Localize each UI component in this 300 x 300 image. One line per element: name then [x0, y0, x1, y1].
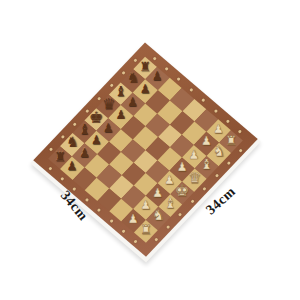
border-dot [121, 70, 125, 74]
border-dot [238, 148, 242, 152]
border-dot [48, 166, 52, 170]
border-dot [238, 129, 242, 133]
border-dot [134, 239, 138, 243]
border-dot [153, 56, 157, 60]
border-dot [226, 161, 230, 165]
border-dot [178, 212, 182, 216]
border-dot [189, 87, 193, 91]
border-dot [165, 66, 169, 70]
border-dot [166, 225, 170, 229]
border-dot [85, 197, 89, 201]
product-photo: ♜♟♟♜♞♟♟♞♝♟♟♝♛♟♟♛♚♟♟♚♝♟♟♝♞♟♟♞♜♟♟♜ 34cm 34… [0, 0, 300, 300]
border-dot [122, 229, 126, 233]
border-dot [109, 83, 113, 87]
border-dot [72, 122, 76, 126]
border-dot [153, 237, 157, 241]
border-dot [48, 147, 52, 151]
board-frame: ♜♟♟♜♞♟♟♞♝♟♟♝♛♟♟♛♚♟♟♚♝♟♟♝♞♟♟♞♜♟♟♜ [33, 42, 257, 256]
border-dot [97, 208, 101, 212]
border-dot [190, 199, 194, 203]
border-dot [60, 134, 64, 138]
border-dot [214, 108, 218, 112]
white-rook: ♜ [138, 223, 154, 239]
border-dot [133, 58, 137, 62]
border-dot [226, 119, 230, 123]
border-dot [97, 96, 101, 100]
border-dot [214, 173, 218, 177]
border-dot [109, 218, 113, 222]
border-dot [177, 77, 181, 81]
border-dot [85, 109, 89, 113]
border-dot [202, 98, 206, 102]
border-dot [202, 186, 206, 190]
border-dot [73, 187, 77, 191]
chess-board: ♜♟♟♜♞♟♟♞♝♟♟♝♛♟♟♛♚♟♟♚♝♟♟♝♞♟♟♞♜♟♟♜ [30, 42, 260, 262]
